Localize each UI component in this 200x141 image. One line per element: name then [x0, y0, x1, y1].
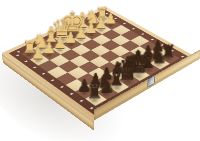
product-photo: ♜♟♟♜♞♟♟♞♝♟♟♝♚♟♟♚♛♟♟♛♝♟♟♝♞♟♟♞♜♟♟♜ — [0, 0, 200, 141]
piece-white-pawn: ♟ — [32, 46, 46, 61]
scene: ♜♟♟♜♞♟♟♞♝♟♟♝♚♟♟♚♛♟♟♛♝♟♟♝♞♟♟♞♜♟♟♜ — [0, 0, 200, 141]
piece-black-rook: ♜ — [86, 82, 103, 101]
frame-dot-icon — [132, 28, 135, 30]
frame-dot-icon — [79, 100, 83, 103]
chess-board: ♜♟♟♜♞♟♟♞♝♟♟♝♚♟♟♚♛♟♟♛♝♟♟♝♞♟♟♞♜♟♟♜ — [2, 6, 200, 120]
frame-dot-icon — [123, 23, 126, 25]
